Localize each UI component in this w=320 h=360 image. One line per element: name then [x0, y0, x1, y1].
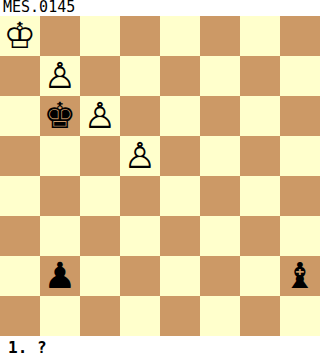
black-king: ♚ [44, 96, 76, 136]
square-a4[interactable] [0, 176, 40, 216]
square-g1[interactable] [240, 296, 280, 336]
square-g3[interactable] [240, 216, 280, 256]
white-pawn: ♙ [124, 136, 156, 176]
square-f6[interactable] [200, 96, 240, 136]
square-b3[interactable] [40, 216, 80, 256]
white-king: ♔ [4, 16, 36, 56]
square-e8[interactable] [160, 16, 200, 56]
square-a7[interactable] [0, 56, 40, 96]
square-b6[interactable]: ♚ [40, 96, 80, 136]
diagram-title: MES.0145 [0, 0, 320, 16]
square-f7[interactable] [200, 56, 240, 96]
square-e7[interactable] [160, 56, 200, 96]
square-h5[interactable] [280, 136, 320, 176]
square-d1[interactable] [120, 296, 160, 336]
square-b1[interactable] [40, 296, 80, 336]
black-pawn: ♟ [44, 256, 76, 296]
square-b2[interactable]: ♟ [40, 256, 80, 296]
square-a1[interactable] [0, 296, 40, 336]
move-prompt: 1. ? [0, 336, 320, 360]
chess-diagram-window: MES.0145 ♔♙♚♙♙♟♝ 1. ? [0, 0, 320, 360]
square-d6[interactable] [120, 96, 160, 136]
square-h6[interactable] [280, 96, 320, 136]
square-d4[interactable] [120, 176, 160, 216]
square-a6[interactable] [0, 96, 40, 136]
square-g5[interactable] [240, 136, 280, 176]
square-c5[interactable] [80, 136, 120, 176]
square-h3[interactable] [280, 216, 320, 256]
square-c7[interactable] [80, 56, 120, 96]
square-g8[interactable] [240, 16, 280, 56]
square-b8[interactable] [40, 16, 80, 56]
black-bishop: ♝ [284, 256, 316, 296]
white-pawn: ♙ [84, 96, 116, 136]
square-c4[interactable] [80, 176, 120, 216]
square-f8[interactable] [200, 16, 240, 56]
square-e5[interactable] [160, 136, 200, 176]
square-g2[interactable] [240, 256, 280, 296]
square-a3[interactable] [0, 216, 40, 256]
square-f5[interactable] [200, 136, 240, 176]
square-d2[interactable] [120, 256, 160, 296]
square-d7[interactable] [120, 56, 160, 96]
square-a5[interactable] [0, 136, 40, 176]
square-c6[interactable]: ♙ [80, 96, 120, 136]
square-e3[interactable] [160, 216, 200, 256]
square-c8[interactable] [80, 16, 120, 56]
square-f3[interactable] [200, 216, 240, 256]
square-g7[interactable] [240, 56, 280, 96]
square-h2[interactable]: ♝ [280, 256, 320, 296]
square-a2[interactable] [0, 256, 40, 296]
square-h7[interactable] [280, 56, 320, 96]
square-c2[interactable] [80, 256, 120, 296]
square-h8[interactable] [280, 16, 320, 56]
square-f1[interactable] [200, 296, 240, 336]
square-f4[interactable] [200, 176, 240, 216]
square-e6[interactable] [160, 96, 200, 136]
square-c3[interactable] [80, 216, 120, 256]
square-b4[interactable] [40, 176, 80, 216]
square-e4[interactable] [160, 176, 200, 216]
square-e1[interactable] [160, 296, 200, 336]
square-d5[interactable]: ♙ [120, 136, 160, 176]
square-b7[interactable]: ♙ [40, 56, 80, 96]
square-h1[interactable] [280, 296, 320, 336]
square-f2[interactable] [200, 256, 240, 296]
square-c1[interactable] [80, 296, 120, 336]
square-d3[interactable] [120, 216, 160, 256]
square-g4[interactable] [240, 176, 280, 216]
square-a8[interactable]: ♔ [0, 16, 40, 56]
square-h4[interactable] [280, 176, 320, 216]
square-d8[interactable] [120, 16, 160, 56]
square-b5[interactable] [40, 136, 80, 176]
square-e2[interactable] [160, 256, 200, 296]
white-pawn: ♙ [44, 56, 76, 96]
square-g6[interactable] [240, 96, 280, 136]
chess-board: ♔♙♚♙♙♟♝ [0, 16, 320, 336]
